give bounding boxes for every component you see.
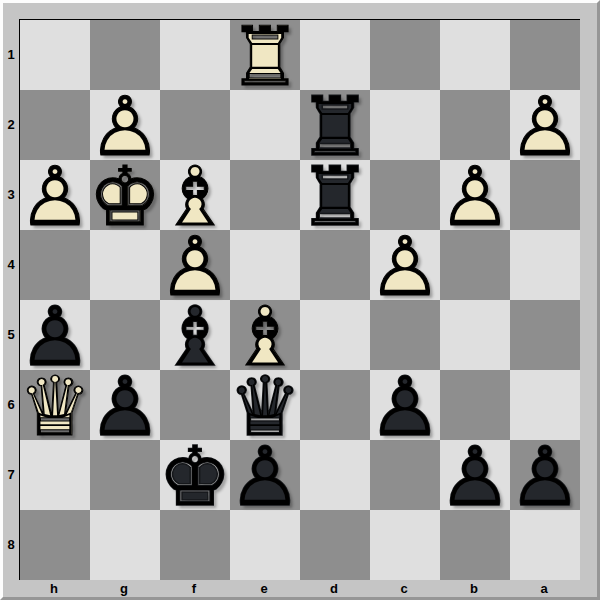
file-label-c: c — [369, 580, 439, 597]
black-pawn-icon: ♟♙ — [508, 436, 582, 518]
piece-glyph-outline: ♗ — [158, 156, 232, 238]
square-h6[interactable]: ♛♕ — [20, 370, 90, 440]
piece-glyph-outline: ♗ — [228, 296, 302, 378]
rank-label-1: 1 — [3, 19, 19, 89]
piece-glyph-outline: ♕ — [18, 366, 92, 448]
square-d2[interactable]: ♜♖ — [300, 90, 370, 160]
piece-glyph-fill: ♟ — [508, 436, 582, 518]
square-g3[interactable]: ♚♔ — [90, 160, 160, 230]
white-queen-icon: ♛♕ — [18, 366, 92, 448]
square-g5[interactable] — [90, 300, 160, 370]
square-d5[interactable] — [300, 300, 370, 370]
square-c6[interactable]: ♟♙ — [370, 370, 440, 440]
piece-glyph-outline: ♙ — [438, 156, 512, 238]
square-d7[interactable] — [300, 440, 370, 510]
file-labels: hgfedcba — [19, 580, 580, 597]
square-f3[interactable]: ♝♗ — [160, 160, 230, 230]
piece-glyph-fill: ♟ — [228, 436, 302, 518]
piece-glyph-fill: ♛ — [228, 366, 302, 448]
square-g8[interactable] — [90, 510, 160, 580]
file-label-a: a — [509, 580, 579, 597]
piece-glyph-outline: ♖ — [298, 86, 372, 168]
square-c3[interactable] — [370, 160, 440, 230]
square-e3[interactable] — [230, 160, 300, 230]
square-b3[interactable]: ♟♙ — [440, 160, 510, 230]
chess-diagram: 12345678 ♜♖♟♙♜♖♟♙♟♙♚♔♝♗♜♖♟♙♟♙♟♙♟♙♝♗♝♗♛♕♟… — [0, 0, 600, 600]
piece-glyph-outline: ♙ — [18, 156, 92, 238]
square-e8[interactable] — [230, 510, 300, 580]
square-f1[interactable] — [160, 20, 230, 90]
square-g1[interactable] — [90, 20, 160, 90]
file-label-f: f — [159, 580, 229, 597]
file-label-h: h — [19, 580, 89, 597]
piece-glyph-outline: ♙ — [88, 366, 162, 448]
white-pawn-icon: ♟♙ — [438, 156, 512, 238]
piece-glyph-outline: ♔ — [88, 156, 162, 238]
piece-glyph-outline: ♙ — [508, 436, 582, 518]
square-e2[interactable] — [230, 90, 300, 160]
rank-label-3: 3 — [3, 159, 19, 229]
square-b2[interactable] — [440, 90, 510, 160]
square-h7[interactable] — [20, 440, 90, 510]
square-h3[interactable]: ♟♙ — [20, 160, 90, 230]
square-d1[interactable] — [300, 20, 370, 90]
black-pawn-icon: ♟♙ — [18, 296, 92, 378]
square-a6[interactable] — [510, 370, 580, 440]
piece-glyph-outline: ♙ — [368, 366, 442, 448]
square-h2[interactable] — [20, 90, 90, 160]
piece-glyph-fill: ♟ — [88, 366, 162, 448]
file-label-g: g — [89, 580, 159, 597]
piece-glyph-outline: ♔ — [158, 436, 232, 518]
square-g2[interactable]: ♟♙ — [90, 90, 160, 160]
square-e5[interactable]: ♝♗ — [230, 300, 300, 370]
piece-glyph-outline: ♗ — [158, 296, 232, 378]
square-c1[interactable] — [370, 20, 440, 90]
piece-glyph-fill: ♝ — [228, 296, 302, 378]
square-b1[interactable] — [440, 20, 510, 90]
square-c7[interactable] — [370, 440, 440, 510]
piece-glyph-fill: ♜ — [298, 156, 372, 238]
square-a1[interactable] — [510, 20, 580, 90]
rank-label-4: 4 — [3, 229, 19, 299]
square-f5[interactable]: ♝♗ — [160, 300, 230, 370]
piece-glyph-fill: ♛ — [18, 366, 92, 448]
black-king-icon: ♚♔ — [158, 436, 232, 518]
piece-glyph-outline: ♙ — [508, 86, 582, 168]
piece-glyph-fill: ♟ — [88, 86, 162, 168]
rank-label-6: 6 — [3, 369, 19, 439]
piece-glyph-fill: ♟ — [368, 366, 442, 448]
piece-glyph-outline: ♙ — [438, 436, 512, 518]
square-e4[interactable] — [230, 230, 300, 300]
piece-glyph-fill: ♜ — [228, 16, 302, 98]
square-c4[interactable]: ♟♙ — [370, 230, 440, 300]
square-h1[interactable] — [20, 20, 90, 90]
piece-glyph-fill: ♟ — [438, 156, 512, 238]
black-queen-icon: ♛♕ — [228, 366, 302, 448]
square-a5[interactable] — [510, 300, 580, 370]
rank-label-5: 5 — [3, 299, 19, 369]
square-a2[interactable]: ♟♙ — [510, 90, 580, 160]
square-h4[interactable] — [20, 230, 90, 300]
square-h8[interactable] — [20, 510, 90, 580]
piece-glyph-fill: ♝ — [158, 156, 232, 238]
square-g4[interactable] — [90, 230, 160, 300]
square-e7[interactable]: ♟♙ — [230, 440, 300, 510]
white-pawn-icon: ♟♙ — [88, 86, 162, 168]
piece-glyph-fill: ♝ — [158, 296, 232, 378]
piece-glyph-outline: ♙ — [158, 226, 232, 308]
piece-glyph-outline: ♙ — [228, 436, 302, 518]
piece-glyph-fill: ♟ — [18, 296, 92, 378]
square-e6[interactable]: ♛♕ — [230, 370, 300, 440]
white-king-icon: ♚♔ — [88, 156, 162, 238]
square-b7[interactable]: ♟♙ — [440, 440, 510, 510]
piece-glyph-fill: ♟ — [158, 226, 232, 308]
square-g6[interactable]: ♟♙ — [90, 370, 160, 440]
white-bishop-icon: ♝♗ — [158, 156, 232, 238]
black-pawn-icon: ♟♙ — [88, 366, 162, 448]
black-pawn-icon: ♟♙ — [368, 366, 442, 448]
square-e1[interactable]: ♜♖ — [230, 20, 300, 90]
square-b8[interactable] — [440, 510, 510, 580]
piece-glyph-outline: ♕ — [228, 366, 302, 448]
square-a7[interactable]: ♟♙ — [510, 440, 580, 510]
square-f2[interactable] — [160, 90, 230, 160]
black-pawn-icon: ♟♙ — [228, 436, 302, 518]
rank-label-8: 8 — [3, 509, 19, 579]
square-d8[interactable] — [300, 510, 370, 580]
piece-glyph-fill: ♟ — [508, 86, 582, 168]
square-a8[interactable] — [510, 510, 580, 580]
rank-label-2: 2 — [3, 89, 19, 159]
square-h5[interactable]: ♟♙ — [20, 300, 90, 370]
piece-glyph-outline: ♖ — [228, 16, 302, 98]
piece-glyph-fill: ♚ — [158, 436, 232, 518]
square-b5[interactable] — [440, 300, 510, 370]
piece-glyph-outline: ♙ — [368, 226, 442, 308]
white-bishop-icon: ♝♗ — [228, 296, 302, 378]
square-a4[interactable] — [510, 230, 580, 300]
piece-glyph-fill: ♚ — [88, 156, 162, 238]
white-pawn-icon: ♟♙ — [158, 226, 232, 308]
rank-labels: 12345678 — [3, 19, 19, 580]
square-d4[interactable] — [300, 230, 370, 300]
black-pawn-icon: ♟♙ — [438, 436, 512, 518]
piece-glyph-fill: ♟ — [368, 226, 442, 308]
white-rook-icon: ♜♖ — [228, 16, 302, 98]
square-f6[interactable] — [160, 370, 230, 440]
file-label-b: b — [439, 580, 509, 597]
square-c5[interactable] — [370, 300, 440, 370]
square-a3[interactable] — [510, 160, 580, 230]
file-label-e: e — [229, 580, 299, 597]
white-pawn-icon: ♟♙ — [508, 86, 582, 168]
square-f7[interactable]: ♚♔ — [160, 440, 230, 510]
piece-glyph-fill: ♟ — [438, 436, 512, 518]
square-b4[interactable] — [440, 230, 510, 300]
black-bishop-icon: ♝♗ — [158, 296, 232, 378]
board: ♜♖♟♙♜♖♟♙♟♙♚♔♝♗♜♖♟♙♟♙♟♙♟♙♝♗♝♗♛♕♟♙♛♕♟♙♚♔♟♙… — [19, 19, 580, 580]
square-c8[interactable] — [370, 510, 440, 580]
square-c2[interactable] — [370, 90, 440, 160]
file-label-d: d — [299, 580, 369, 597]
square-f4[interactable]: ♟♙ — [160, 230, 230, 300]
square-d6[interactable] — [300, 370, 370, 440]
black-rook-icon: ♜♖ — [298, 86, 372, 168]
piece-glyph-outline: ♖ — [298, 156, 372, 238]
white-pawn-icon: ♟♙ — [18, 156, 92, 238]
square-f8[interactable] — [160, 510, 230, 580]
piece-glyph-outline: ♙ — [88, 86, 162, 168]
piece-glyph-outline: ♙ — [18, 296, 92, 378]
white-pawn-icon: ♟♙ — [368, 226, 442, 308]
piece-glyph-fill: ♜ — [298, 86, 372, 168]
square-b6[interactable] — [440, 370, 510, 440]
square-d3[interactable]: ♜♖ — [300, 160, 370, 230]
piece-glyph-fill: ♟ — [18, 156, 92, 238]
rank-label-7: 7 — [3, 439, 19, 509]
square-g7[interactable] — [90, 440, 160, 510]
black-rook-icon: ♜♖ — [298, 156, 372, 238]
